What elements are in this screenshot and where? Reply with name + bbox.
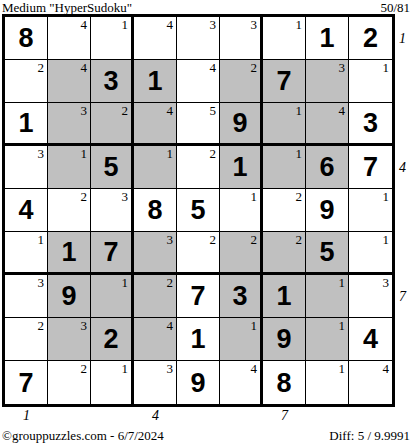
col-label-1: 1 [23,408,30,424]
pencil-mark: 2 [38,60,45,75]
cell-value: 3 [363,110,378,137]
cell-r6c4[interactable]: 3 [134,232,177,275]
cell-value: 3 [103,68,118,95]
pencil-mark: 2 [122,103,129,118]
pencil-mark: 1 [167,146,174,161]
cell-r5c5[interactable]: 5 [177,189,220,232]
cell-value: 7 [190,283,205,310]
cell-r1c1[interactable]: 8 [5,17,48,60]
cell-r4c9[interactable]: 7 [349,146,392,189]
pencil-mark: 2 [210,146,217,161]
cell-r5c6[interactable]: 1 [220,189,263,232]
pencil-mark: 1 [122,17,129,32]
cell-r2c2[interactable]: 4 [48,60,91,103]
cell-r8c3[interactable]: 2 [91,318,134,361]
cell-r7c7[interactable]: 1 [263,275,306,318]
cell-r5c2[interactable]: 2 [48,189,91,232]
pencil-mark: 1 [296,146,303,161]
pencil-mark: 2 [296,232,303,247]
pencil-mark: 1 [251,189,258,204]
pencil-mark: 1 [383,232,390,247]
cell-value: 7 [276,68,291,95]
cell-r4c7[interactable]: 1 [263,146,306,189]
pencil-mark: 1 [296,103,303,118]
cell-r6c3[interactable]: 7 [91,232,134,275]
pencil-mark: 2 [251,232,258,247]
cell-r9c8[interactable]: 1 [306,361,349,404]
cell-r3c6[interactable]: 9 [220,103,263,146]
cell-r9c5[interactable]: 9 [177,361,220,404]
col-label-4: 4 [152,408,159,424]
pencil-mark: 2 [210,232,217,247]
cell-value: 8 [147,197,162,224]
pencil-mark: 1 [81,146,88,161]
cell-value: 4 [363,326,378,353]
cell-value: 2 [103,326,118,353]
pencil-mark: 4 [167,17,174,32]
cell-r5c4[interactable]: 8 [134,189,177,232]
cell-r3c4[interactable]: 4 [134,103,177,146]
cell-r3c3[interactable]: 2 [91,103,134,146]
cell-r1c5[interactable]: 3 [177,17,220,60]
cell-r9c4[interactable]: 3 [134,361,177,404]
pencil-mark: 1 [122,361,129,376]
row-label-7: 7 [399,289,406,305]
pencil-mark: 2 [38,318,45,333]
cell-r1c9[interactable]: 2 [349,17,392,60]
cell-value: 1 [319,25,334,52]
cell-r6c8[interactable]: 5 [306,232,349,275]
cell-r2c4[interactable]: 1 [134,60,177,103]
cell-value: 1 [276,283,291,310]
pencil-mark: 4 [81,17,88,32]
row-label-4: 4 [399,160,406,176]
pencil-mark: 5 [210,103,217,118]
cell-value: 9 [276,326,291,353]
cell-value: 7 [18,370,33,397]
cell-value: 5 [319,239,334,266]
pencil-mark: 1 [339,318,346,333]
cell-r7c4[interactable]: 2 [134,275,177,318]
cell-r9c9[interactable]: 4 [349,361,392,404]
cell-value: 7 [363,154,378,181]
cell-value: 4 [18,197,33,224]
cell-value: 1 [61,239,76,266]
cell-r4c8[interactable]: 6 [306,146,349,189]
cell-r9c7[interactable]: 8 [263,361,306,404]
cell-r3c1[interactable]: 1 [5,103,48,146]
cell-r5c7[interactable]: 2 [263,189,306,232]
cell-r8c2[interactable]: 3 [48,318,91,361]
cell-r6c9[interactable]: 1 [349,232,392,275]
pencil-mark: 1 [38,232,45,247]
cell-r7c2[interactable]: 9 [48,275,91,318]
sudoku-board: 8414331122431427311324591433151211674238… [2,14,395,407]
pencil-mark: 3 [38,275,45,290]
col-label-7: 7 [281,408,288,424]
cell-value: 6 [319,154,334,181]
cell-r6c5[interactable]: 2 [177,232,220,275]
pencil-mark: 3 [38,146,45,161]
cell-r5c8[interactable]: 9 [306,189,349,232]
cell-r1c3[interactable]: 1 [91,17,134,60]
cell-r7c5[interactable]: 7 [177,275,220,318]
pencil-mark: 1 [339,361,346,376]
pencil-mark: 4 [339,103,346,118]
pencil-mark: 3 [167,361,174,376]
cell-value: 8 [276,370,291,397]
cell-r8c9[interactable]: 4 [349,318,392,361]
cell-r4c2[interactable]: 1 [48,146,91,189]
pencil-mark: 1 [383,189,390,204]
cell-r3c7[interactable]: 1 [263,103,306,146]
cell-value: 1 [147,68,162,95]
cell-r4c4[interactable]: 1 [134,146,177,189]
pencil-mark: 1 [296,17,303,32]
cell-r4c3[interactable]: 5 [91,146,134,189]
cell-r2c7[interactable]: 7 [263,60,306,103]
cell-r2c9[interactable]: 1 [349,60,392,103]
cell-r5c1[interactable]: 4 [5,189,48,232]
cell-r9c3[interactable]: 1 [91,361,134,404]
pencil-mark: 2 [251,60,258,75]
pencil-mark: 2 [296,189,303,204]
cell-value: 1 [190,326,205,353]
cell-r4c6[interactable]: 1 [220,146,263,189]
cell-value: 8 [18,25,33,52]
cell-r2c6[interactable]: 2 [220,60,263,103]
pencil-mark: 1 [251,318,258,333]
cell-r8c4[interactable]: 4 [134,318,177,361]
cell-value: 5 [103,154,118,181]
cell-value: 2 [363,25,378,52]
pencil-mark: 4 [383,361,390,376]
cell-value: 3 [232,283,247,310]
cell-r7c8[interactable]: 1 [306,275,349,318]
cell-value: 9 [61,283,76,310]
cell-r8c5[interactable]: 1 [177,318,220,361]
cell-r2c8[interactable]: 3 [306,60,349,103]
cell-r8c7[interactable]: 9 [263,318,306,361]
pencil-mark: 4 [167,318,174,333]
cell-r1c7[interactable]: 1 [263,17,306,60]
cell-r3c8[interactable]: 4 [306,103,349,146]
cell-r4c1[interactable]: 3 [5,146,48,189]
cell-r4c5[interactable]: 2 [177,146,220,189]
cell-r6c2[interactable]: 1 [48,232,91,275]
pencil-mark: 4 [210,60,217,75]
cell-r9c2[interactable]: 2 [48,361,91,404]
cell-r2c1[interactable]: 2 [5,60,48,103]
cell-value: 7 [103,239,118,266]
cell-r3c2[interactable]: 3 [48,103,91,146]
cell-r1c6[interactable]: 3 [220,17,263,60]
row-label-1: 1 [399,31,406,47]
cell-r3c9[interactable]: 3 [349,103,392,146]
pencil-mark: 3 [81,103,88,118]
cell-value: 5 [190,197,205,224]
cell-r8c8[interactable]: 1 [306,318,349,361]
pencil-mark: 1 [383,60,390,75]
pencil-mark: 3 [122,189,129,204]
pencil-mark: 4 [167,103,174,118]
pencil-mark: 3 [251,17,258,32]
cell-r5c9[interactable]: 1 [349,189,392,232]
cell-r8c6[interactable]: 1 [220,318,263,361]
cell-r1c8[interactable]: 1 [306,17,349,60]
cell-r7c9[interactable]: 3 [349,275,392,318]
cell-value: 1 [232,154,247,181]
pencil-mark: 3 [167,232,174,247]
cell-r6c6[interactable]: 2 [220,232,263,275]
pencil-mark: 1 [122,275,129,290]
pencil-mark: 1 [339,275,346,290]
footer-copyright: ©grouppuzzles.com - 6/7/2024 [2,428,164,444]
pencil-mark: 4 [81,60,88,75]
cell-r8c1[interactable]: 2 [5,318,48,361]
cell-r7c6[interactable]: 3 [220,275,263,318]
pencil-mark: 2 [167,275,174,290]
difficulty-rating: Diff: 5 / 9.9991 [329,428,410,444]
cell-r6c1[interactable]: 1 [5,232,48,275]
cell-r1c4[interactable]: 4 [134,17,177,60]
cell-value: 1 [18,110,33,137]
pencil-mark: 3 [339,60,346,75]
cell-value: 9 [232,110,247,137]
cell-r2c3[interactable]: 3 [91,60,134,103]
pencil-mark: 2 [81,189,88,204]
cell-r1c2[interactable]: 4 [48,17,91,60]
pencil-mark: 3 [81,318,88,333]
page: { "game": "HyperSudoku", "header": { "ti… [0,0,412,445]
pencil-mark: 4 [251,361,258,376]
cell-r3c5[interactable]: 5 [177,103,220,146]
pencil-mark: 3 [383,275,390,290]
cell-value: 9 [319,197,334,224]
cell-r7c1[interactable]: 3 [5,275,48,318]
cell-r9c1[interactable]: 7 [5,361,48,404]
cell-r7c3[interactable]: 1 [91,275,134,318]
pencil-mark: 2 [81,361,88,376]
cell-value: 9 [190,370,205,397]
cell-r5c3[interactable]: 3 [91,189,134,232]
cell-r2c5[interactable]: 4 [177,60,220,103]
cell-r6c7[interactable]: 2 [263,232,306,275]
cell-r9c6[interactable]: 4 [220,361,263,404]
pencil-mark: 3 [210,17,217,32]
